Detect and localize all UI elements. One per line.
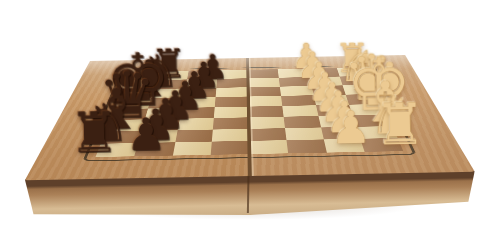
piece-dark-pawn: ♟	[125, 111, 166, 157]
piece-light-pawn: ♟	[330, 104, 371, 150]
folding-chess-box: ♜♞♝♛♚♝♞♜♟♟♟♟♟♟♟♟♜♞♝♚♛♝♞♜♟♟♟♟♟♟♟♟	[0, 0, 500, 245]
pieces-layer: ♜♞♝♛♚♝♞♜♟♟♟♟♟♟♟♟♜♞♝♚♛♝♞♜♟♟♟♟♟♟♟♟	[0, 0, 496, 5]
product-photo-scene: ♜♞♝♛♚♝♞♜♟♟♟♟♟♟♟♟♜♞♝♚♛♝♞♜♟♟♟♟♟♟♟♟	[0, 0, 500, 245]
piece-dark-rook: ♜	[68, 105, 119, 162]
piece-light-rook: ♜	[374, 96, 426, 154]
